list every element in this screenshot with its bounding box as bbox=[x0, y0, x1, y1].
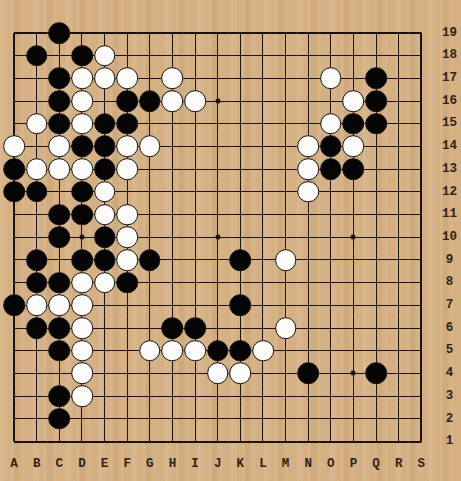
intersection-Q13[interactable] bbox=[365, 158, 388, 181]
intersection-M13[interactable] bbox=[274, 158, 297, 181]
intersection-I6[interactable] bbox=[184, 317, 207, 340]
intersection-O18[interactable] bbox=[320, 44, 343, 67]
intersection-R4[interactable] bbox=[387, 362, 410, 385]
intersection-F1[interactable] bbox=[116, 430, 139, 453]
intersection-J14[interactable] bbox=[206, 135, 229, 158]
intersection-Q15[interactable] bbox=[365, 112, 388, 135]
intersection-L9[interactable] bbox=[252, 249, 275, 272]
intersection-K6[interactable] bbox=[229, 317, 252, 340]
intersection-A4[interactable] bbox=[3, 362, 26, 385]
intersection-K16[interactable] bbox=[229, 90, 252, 113]
intersection-L17[interactable] bbox=[252, 67, 275, 90]
intersection-R12[interactable] bbox=[387, 181, 410, 204]
intersection-P18[interactable] bbox=[342, 44, 365, 67]
intersection-A3[interactable] bbox=[3, 385, 26, 408]
intersection-O16[interactable] bbox=[320, 90, 343, 113]
intersection-J16[interactable] bbox=[206, 90, 229, 113]
intersection-N10[interactable] bbox=[297, 226, 320, 249]
intersection-I15[interactable] bbox=[184, 112, 207, 135]
intersection-B10[interactable] bbox=[25, 226, 48, 249]
intersection-A2[interactable] bbox=[3, 408, 26, 431]
intersection-R10[interactable] bbox=[387, 226, 410, 249]
intersection-D5[interactable] bbox=[71, 339, 94, 362]
intersection-F10[interactable] bbox=[116, 226, 139, 249]
intersection-M7[interactable] bbox=[274, 294, 297, 317]
intersection-S17[interactable] bbox=[410, 67, 433, 90]
intersection-H18[interactable] bbox=[161, 44, 184, 67]
intersection-S14[interactable] bbox=[410, 135, 433, 158]
intersection-C13[interactable] bbox=[48, 158, 71, 181]
intersection-F4[interactable] bbox=[116, 362, 139, 385]
intersection-S18[interactable] bbox=[410, 44, 433, 67]
intersection-J6[interactable] bbox=[206, 317, 229, 340]
intersection-F19[interactable] bbox=[116, 22, 139, 45]
intersection-M2[interactable] bbox=[274, 408, 297, 431]
intersection-D16[interactable] bbox=[71, 90, 94, 113]
intersection-D9[interactable] bbox=[71, 249, 94, 272]
intersection-R5[interactable] bbox=[387, 339, 410, 362]
intersection-Q16[interactable] bbox=[365, 90, 388, 113]
intersection-M9[interactable] bbox=[274, 249, 297, 272]
intersection-M8[interactable] bbox=[274, 271, 297, 294]
intersection-Q3[interactable] bbox=[365, 385, 388, 408]
intersection-A17[interactable] bbox=[3, 67, 26, 90]
intersection-M4[interactable] bbox=[274, 362, 297, 385]
intersection-K1[interactable] bbox=[229, 430, 252, 453]
intersection-P8[interactable] bbox=[342, 271, 365, 294]
intersection-R6[interactable] bbox=[387, 317, 410, 340]
intersection-P15[interactable] bbox=[342, 112, 365, 135]
intersection-L14[interactable] bbox=[252, 135, 275, 158]
intersection-D11[interactable] bbox=[71, 203, 94, 226]
intersection-G16[interactable] bbox=[139, 90, 162, 113]
intersection-A16[interactable] bbox=[3, 90, 26, 113]
intersection-R9[interactable] bbox=[387, 249, 410, 272]
intersection-B17[interactable] bbox=[25, 67, 48, 90]
intersection-S3[interactable] bbox=[410, 385, 433, 408]
intersection-L8[interactable] bbox=[252, 271, 275, 294]
intersection-L19[interactable] bbox=[252, 22, 275, 45]
intersection-E5[interactable] bbox=[93, 339, 116, 362]
intersection-L4[interactable] bbox=[252, 362, 275, 385]
intersection-E17[interactable] bbox=[93, 67, 116, 90]
intersection-M15[interactable] bbox=[274, 112, 297, 135]
intersection-N9[interactable] bbox=[297, 249, 320, 272]
intersection-G2[interactable] bbox=[139, 408, 162, 431]
intersection-F12[interactable] bbox=[116, 181, 139, 204]
intersection-J1[interactable] bbox=[206, 430, 229, 453]
intersection-K10[interactable] bbox=[229, 226, 252, 249]
intersection-R3[interactable] bbox=[387, 385, 410, 408]
intersection-C3[interactable] bbox=[48, 385, 71, 408]
intersection-S6[interactable] bbox=[410, 317, 433, 340]
intersection-Q7[interactable] bbox=[365, 294, 388, 317]
intersection-S8[interactable] bbox=[410, 271, 433, 294]
intersection-N14[interactable] bbox=[297, 135, 320, 158]
intersection-A11[interactable] bbox=[3, 203, 26, 226]
intersection-O7[interactable] bbox=[320, 294, 343, 317]
intersection-D18[interactable] bbox=[71, 44, 94, 67]
intersection-E9[interactable] bbox=[93, 249, 116, 272]
intersection-A14[interactable] bbox=[3, 135, 26, 158]
intersection-B14[interactable] bbox=[25, 135, 48, 158]
intersection-F5[interactable] bbox=[116, 339, 139, 362]
intersection-C1[interactable] bbox=[48, 430, 71, 453]
intersection-F9[interactable] bbox=[116, 249, 139, 272]
intersection-J8[interactable] bbox=[206, 271, 229, 294]
intersection-H1[interactable] bbox=[161, 430, 184, 453]
intersection-I4[interactable] bbox=[184, 362, 207, 385]
intersection-O8[interactable] bbox=[320, 271, 343, 294]
intersection-M14[interactable] bbox=[274, 135, 297, 158]
intersection-R7[interactable] bbox=[387, 294, 410, 317]
intersection-M16[interactable] bbox=[274, 90, 297, 113]
intersection-C18[interactable] bbox=[48, 44, 71, 67]
intersection-L18[interactable] bbox=[252, 44, 275, 67]
intersection-B3[interactable] bbox=[25, 385, 48, 408]
intersection-J12[interactable] bbox=[206, 181, 229, 204]
intersection-O19[interactable] bbox=[320, 22, 343, 45]
intersection-H4[interactable] bbox=[161, 362, 184, 385]
intersection-N17[interactable] bbox=[297, 67, 320, 90]
intersection-Q11[interactable] bbox=[365, 203, 388, 226]
intersection-M12[interactable] bbox=[274, 181, 297, 204]
intersection-F13[interactable] bbox=[116, 158, 139, 181]
intersection-A15[interactable] bbox=[3, 112, 26, 135]
intersection-R16[interactable] bbox=[387, 90, 410, 113]
intersection-M5[interactable] bbox=[274, 339, 297, 362]
intersection-J2[interactable] bbox=[206, 408, 229, 431]
intersection-N5[interactable] bbox=[297, 339, 320, 362]
intersection-I9[interactable] bbox=[184, 249, 207, 272]
intersection-J11[interactable] bbox=[206, 203, 229, 226]
intersection-P14[interactable] bbox=[342, 135, 365, 158]
intersection-N16[interactable] bbox=[297, 90, 320, 113]
intersection-D17[interactable] bbox=[71, 67, 94, 90]
intersection-R18[interactable] bbox=[387, 44, 410, 67]
intersection-A5[interactable] bbox=[3, 339, 26, 362]
intersection-C11[interactable] bbox=[48, 203, 71, 226]
intersection-M3[interactable] bbox=[274, 385, 297, 408]
intersection-I17[interactable] bbox=[184, 67, 207, 90]
intersection-R14[interactable] bbox=[387, 135, 410, 158]
intersection-Q17[interactable] bbox=[365, 67, 388, 90]
intersection-J17[interactable] bbox=[206, 67, 229, 90]
intersection-K5[interactable] bbox=[229, 339, 252, 362]
intersection-G5[interactable] bbox=[139, 339, 162, 362]
intersection-C7[interactable] bbox=[48, 294, 71, 317]
intersection-F15[interactable] bbox=[116, 112, 139, 135]
intersection-G8[interactable] bbox=[139, 271, 162, 294]
intersection-P16[interactable] bbox=[342, 90, 365, 113]
intersection-M11[interactable] bbox=[274, 203, 297, 226]
intersection-C19[interactable] bbox=[48, 22, 71, 45]
intersection-H7[interactable] bbox=[161, 294, 184, 317]
intersection-M1[interactable] bbox=[274, 430, 297, 453]
intersection-B4[interactable] bbox=[25, 362, 48, 385]
intersection-P13[interactable] bbox=[342, 158, 365, 181]
intersection-E10[interactable] bbox=[93, 226, 116, 249]
intersection-R19[interactable] bbox=[387, 22, 410, 45]
intersection-L5[interactable] bbox=[252, 339, 275, 362]
intersection-K7[interactable] bbox=[229, 294, 252, 317]
intersection-Q1[interactable] bbox=[365, 430, 388, 453]
intersection-B13[interactable] bbox=[25, 158, 48, 181]
intersection-I12[interactable] bbox=[184, 181, 207, 204]
intersection-E18[interactable] bbox=[93, 44, 116, 67]
intersection-G11[interactable] bbox=[139, 203, 162, 226]
intersection-G10[interactable] bbox=[139, 226, 162, 249]
go-board-grid[interactable] bbox=[3, 22, 433, 453]
intersection-H15[interactable] bbox=[161, 112, 184, 135]
intersection-N6[interactable] bbox=[297, 317, 320, 340]
intersection-H13[interactable] bbox=[161, 158, 184, 181]
intersection-S16[interactable] bbox=[410, 90, 433, 113]
intersection-S19[interactable] bbox=[410, 22, 433, 45]
intersection-K12[interactable] bbox=[229, 181, 252, 204]
intersection-M17[interactable] bbox=[274, 67, 297, 90]
intersection-N2[interactable] bbox=[297, 408, 320, 431]
intersection-H5[interactable] bbox=[161, 339, 184, 362]
intersection-R1[interactable] bbox=[387, 430, 410, 453]
intersection-G1[interactable] bbox=[139, 430, 162, 453]
intersection-Q6[interactable] bbox=[365, 317, 388, 340]
intersection-F6[interactable] bbox=[116, 317, 139, 340]
intersection-N18[interactable] bbox=[297, 44, 320, 67]
intersection-B12[interactable] bbox=[25, 181, 48, 204]
intersection-G15[interactable] bbox=[139, 112, 162, 135]
intersection-N3[interactable] bbox=[297, 385, 320, 408]
intersection-G7[interactable] bbox=[139, 294, 162, 317]
intersection-J15[interactable] bbox=[206, 112, 229, 135]
intersection-R8[interactable] bbox=[387, 271, 410, 294]
intersection-B5[interactable] bbox=[25, 339, 48, 362]
intersection-E19[interactable] bbox=[93, 22, 116, 45]
intersection-G9[interactable] bbox=[139, 249, 162, 272]
intersection-Q2[interactable] bbox=[365, 408, 388, 431]
intersection-E7[interactable] bbox=[93, 294, 116, 317]
intersection-L10[interactable] bbox=[252, 226, 275, 249]
intersection-D1[interactable] bbox=[71, 430, 94, 453]
intersection-I1[interactable] bbox=[184, 430, 207, 453]
intersection-N1[interactable] bbox=[297, 430, 320, 453]
intersection-F2[interactable] bbox=[116, 408, 139, 431]
intersection-Q10[interactable] bbox=[365, 226, 388, 249]
intersection-H12[interactable] bbox=[161, 181, 184, 204]
intersection-D3[interactable] bbox=[71, 385, 94, 408]
intersection-B19[interactable] bbox=[25, 22, 48, 45]
intersection-B11[interactable] bbox=[25, 203, 48, 226]
intersection-R11[interactable] bbox=[387, 203, 410, 226]
intersection-B2[interactable] bbox=[25, 408, 48, 431]
intersection-L6[interactable] bbox=[252, 317, 275, 340]
intersection-E12[interactable] bbox=[93, 181, 116, 204]
intersection-E6[interactable] bbox=[93, 317, 116, 340]
intersection-G17[interactable] bbox=[139, 67, 162, 90]
intersection-N12[interactable] bbox=[297, 181, 320, 204]
intersection-L3[interactable] bbox=[252, 385, 275, 408]
intersection-A19[interactable] bbox=[3, 22, 26, 45]
intersection-R13[interactable] bbox=[387, 158, 410, 181]
intersection-E1[interactable] bbox=[93, 430, 116, 453]
intersection-I11[interactable] bbox=[184, 203, 207, 226]
intersection-O2[interactable] bbox=[320, 408, 343, 431]
intersection-D10[interactable] bbox=[71, 226, 94, 249]
intersection-O12[interactable] bbox=[320, 181, 343, 204]
intersection-F7[interactable] bbox=[116, 294, 139, 317]
intersection-O17[interactable] bbox=[320, 67, 343, 90]
intersection-E8[interactable] bbox=[93, 271, 116, 294]
intersection-I10[interactable] bbox=[184, 226, 207, 249]
intersection-A7[interactable] bbox=[3, 294, 26, 317]
intersection-L7[interactable] bbox=[252, 294, 275, 317]
intersection-N19[interactable] bbox=[297, 22, 320, 45]
intersection-O9[interactable] bbox=[320, 249, 343, 272]
intersection-S9[interactable] bbox=[410, 249, 433, 272]
intersection-C2[interactable] bbox=[48, 408, 71, 431]
intersection-C5[interactable] bbox=[48, 339, 71, 362]
intersection-A13[interactable] bbox=[3, 158, 26, 181]
intersection-M19[interactable] bbox=[274, 22, 297, 45]
intersection-H16[interactable] bbox=[161, 90, 184, 113]
intersection-F17[interactable] bbox=[116, 67, 139, 90]
intersection-F16[interactable] bbox=[116, 90, 139, 113]
intersection-I19[interactable] bbox=[184, 22, 207, 45]
intersection-I5[interactable] bbox=[184, 339, 207, 362]
intersection-O14[interactable] bbox=[320, 135, 343, 158]
intersection-D2[interactable] bbox=[71, 408, 94, 431]
intersection-G18[interactable] bbox=[139, 44, 162, 67]
intersection-G14[interactable] bbox=[139, 135, 162, 158]
intersection-K8[interactable] bbox=[229, 271, 252, 294]
intersection-E2[interactable] bbox=[93, 408, 116, 431]
intersection-I18[interactable] bbox=[184, 44, 207, 67]
intersection-H11[interactable] bbox=[161, 203, 184, 226]
intersection-J3[interactable] bbox=[206, 385, 229, 408]
intersection-P5[interactable] bbox=[342, 339, 365, 362]
intersection-I14[interactable] bbox=[184, 135, 207, 158]
intersection-G12[interactable] bbox=[139, 181, 162, 204]
intersection-K17[interactable] bbox=[229, 67, 252, 90]
intersection-P17[interactable] bbox=[342, 67, 365, 90]
intersection-S13[interactable] bbox=[410, 158, 433, 181]
intersection-P19[interactable] bbox=[342, 22, 365, 45]
intersection-O1[interactable] bbox=[320, 430, 343, 453]
intersection-P12[interactable] bbox=[342, 181, 365, 204]
intersection-M10[interactable] bbox=[274, 226, 297, 249]
intersection-H6[interactable] bbox=[161, 317, 184, 340]
intersection-G4[interactable] bbox=[139, 362, 162, 385]
intersection-A6[interactable] bbox=[3, 317, 26, 340]
intersection-E13[interactable] bbox=[93, 158, 116, 181]
intersection-P10[interactable] bbox=[342, 226, 365, 249]
intersection-K14[interactable] bbox=[229, 135, 252, 158]
intersection-L2[interactable] bbox=[252, 408, 275, 431]
intersection-M6[interactable] bbox=[274, 317, 297, 340]
intersection-O6[interactable] bbox=[320, 317, 343, 340]
intersection-B9[interactable] bbox=[25, 249, 48, 272]
intersection-R2[interactable] bbox=[387, 408, 410, 431]
intersection-C14[interactable] bbox=[48, 135, 71, 158]
intersection-J4[interactable] bbox=[206, 362, 229, 385]
intersection-G13[interactable] bbox=[139, 158, 162, 181]
intersection-G3[interactable] bbox=[139, 385, 162, 408]
intersection-S7[interactable] bbox=[410, 294, 433, 317]
intersection-K15[interactable] bbox=[229, 112, 252, 135]
intersection-Q8[interactable] bbox=[365, 271, 388, 294]
intersection-D8[interactable] bbox=[71, 271, 94, 294]
intersection-C16[interactable] bbox=[48, 90, 71, 113]
intersection-N4[interactable] bbox=[297, 362, 320, 385]
intersection-Q18[interactable] bbox=[365, 44, 388, 67]
intersection-J9[interactable] bbox=[206, 249, 229, 272]
intersection-N8[interactable] bbox=[297, 271, 320, 294]
intersection-S10[interactable] bbox=[410, 226, 433, 249]
intersection-C15[interactable] bbox=[48, 112, 71, 135]
intersection-P9[interactable] bbox=[342, 249, 365, 272]
intersection-M18[interactable] bbox=[274, 44, 297, 67]
intersection-O11[interactable] bbox=[320, 203, 343, 226]
intersection-R15[interactable] bbox=[387, 112, 410, 135]
intersection-Q12[interactable] bbox=[365, 181, 388, 204]
intersection-D15[interactable] bbox=[71, 112, 94, 135]
intersection-H9[interactable] bbox=[161, 249, 184, 272]
intersection-D7[interactable] bbox=[71, 294, 94, 317]
intersection-P2[interactable] bbox=[342, 408, 365, 431]
intersection-K19[interactable] bbox=[229, 22, 252, 45]
intersection-P1[interactable] bbox=[342, 430, 365, 453]
intersection-A9[interactable] bbox=[3, 249, 26, 272]
intersection-L15[interactable] bbox=[252, 112, 275, 135]
intersection-A10[interactable] bbox=[3, 226, 26, 249]
intersection-C17[interactable] bbox=[48, 67, 71, 90]
intersection-S2[interactable] bbox=[410, 408, 433, 431]
intersection-K2[interactable] bbox=[229, 408, 252, 431]
intersection-J13[interactable] bbox=[206, 158, 229, 181]
intersection-F8[interactable] bbox=[116, 271, 139, 294]
intersection-Q4[interactable] bbox=[365, 362, 388, 385]
intersection-A12[interactable] bbox=[3, 181, 26, 204]
intersection-R17[interactable] bbox=[387, 67, 410, 90]
intersection-N15[interactable] bbox=[297, 112, 320, 135]
intersection-L16[interactable] bbox=[252, 90, 275, 113]
intersection-L1[interactable] bbox=[252, 430, 275, 453]
intersection-L12[interactable] bbox=[252, 181, 275, 204]
intersection-S15[interactable] bbox=[410, 112, 433, 135]
intersection-D14[interactable] bbox=[71, 135, 94, 158]
intersection-P11[interactable] bbox=[342, 203, 365, 226]
intersection-H10[interactable] bbox=[161, 226, 184, 249]
intersection-K3[interactable] bbox=[229, 385, 252, 408]
intersection-B18[interactable] bbox=[25, 44, 48, 67]
intersection-Q5[interactable] bbox=[365, 339, 388, 362]
intersection-A18[interactable] bbox=[3, 44, 26, 67]
intersection-D4[interactable] bbox=[71, 362, 94, 385]
intersection-C4[interactable] bbox=[48, 362, 71, 385]
intersection-B15[interactable] bbox=[25, 112, 48, 135]
intersection-K11[interactable] bbox=[229, 203, 252, 226]
intersection-Q19[interactable] bbox=[365, 22, 388, 45]
intersection-E16[interactable] bbox=[93, 90, 116, 113]
intersection-H17[interactable] bbox=[161, 67, 184, 90]
intersection-C10[interactable] bbox=[48, 226, 71, 249]
intersection-I8[interactable] bbox=[184, 271, 207, 294]
intersection-C9[interactable] bbox=[48, 249, 71, 272]
intersection-E3[interactable] bbox=[93, 385, 116, 408]
intersection-D12[interactable] bbox=[71, 181, 94, 204]
intersection-K13[interactable] bbox=[229, 158, 252, 181]
intersection-F11[interactable] bbox=[116, 203, 139, 226]
